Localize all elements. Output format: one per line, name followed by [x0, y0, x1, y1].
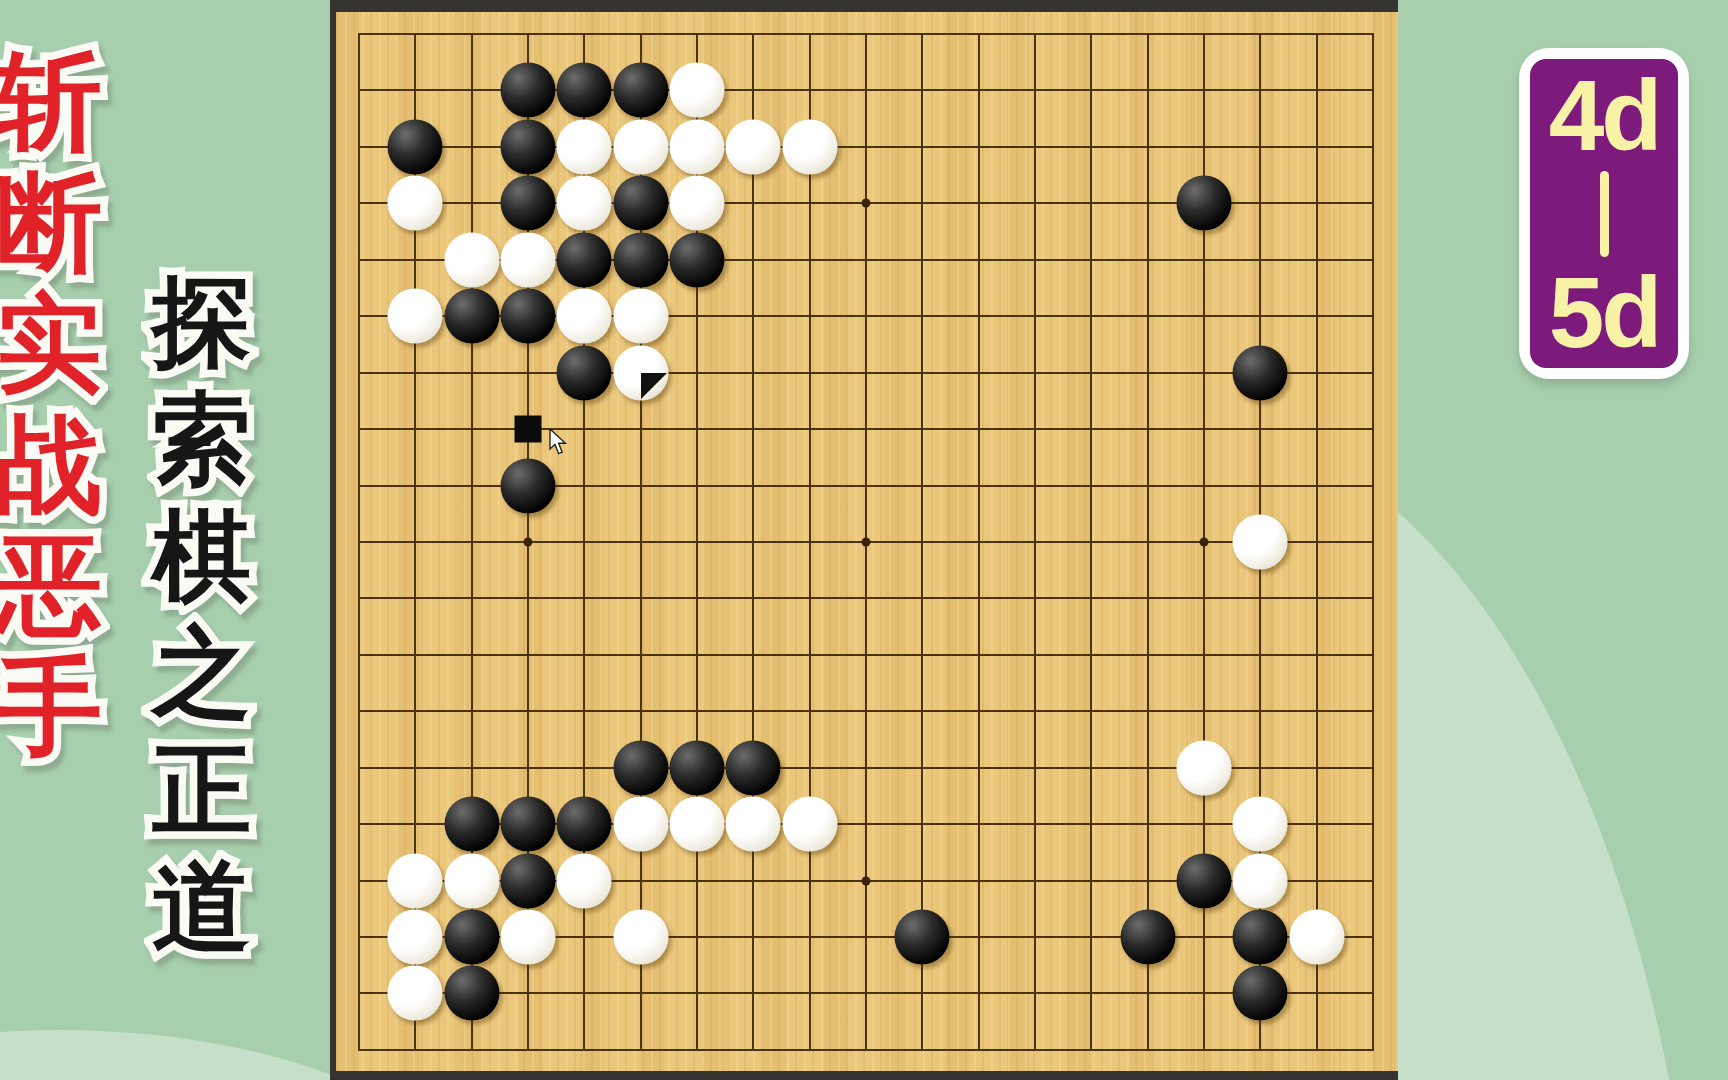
black-stone: [1120, 910, 1175, 965]
black-stone: [613, 63, 668, 118]
white-stone: [388, 910, 443, 965]
black-stone: [500, 119, 555, 174]
star-point: [523, 537, 532, 546]
black-stone: [895, 910, 950, 965]
black-stone: [1176, 853, 1231, 908]
black-stone: [500, 853, 555, 908]
last-move-triangle-marker: [641, 373, 668, 400]
black-stone: [669, 232, 724, 287]
mouse-cursor-icon: [549, 429, 573, 455]
black-stone: [1176, 176, 1231, 231]
black-stone: [388, 119, 443, 174]
black-stone: [444, 797, 499, 852]
rank-top-label: 4d: [1549, 69, 1660, 161]
black-stone: [500, 176, 555, 231]
title-char: 正正: [152, 740, 251, 839]
white-stone: [613, 910, 668, 965]
white-stone: [500, 232, 555, 287]
black-stone: [557, 63, 612, 118]
grid-line-horizontal: [358, 597, 1374, 599]
go-app-window: [330, 0, 1398, 1080]
white-stone: [613, 797, 668, 852]
white-stone: [1233, 853, 1288, 908]
black-stone: [444, 966, 499, 1021]
rank-badge-inner: 4d 5d: [1530, 59, 1678, 368]
white-stone: [444, 232, 499, 287]
rank-badge: 4d 5d: [1519, 48, 1689, 379]
white-stone: [669, 176, 724, 231]
grid-line-vertical: [1147, 33, 1149, 1051]
white-stone: [726, 119, 781, 174]
grid-line-vertical: [978, 33, 980, 1051]
title-char: 断断: [0, 169, 102, 275]
white-stone: [613, 119, 668, 174]
white-stone: [726, 797, 781, 852]
white-stone: [1289, 910, 1344, 965]
star-point: [861, 537, 870, 546]
black-stone: [1233, 966, 1288, 1021]
white-stone: [500, 910, 555, 965]
white-stone: [1233, 514, 1288, 569]
white-stone: [669, 797, 724, 852]
grid-line-horizontal: [358, 992, 1374, 994]
grid-line-horizontal: [358, 1049, 1374, 1051]
white-stone: [1176, 740, 1231, 795]
title-char: 战战: [0, 411, 102, 517]
grid-line-vertical: [1316, 33, 1318, 1051]
white-stone: [388, 289, 443, 344]
black-stone: [500, 289, 555, 344]
white-stone: [444, 853, 499, 908]
rank-bottom-label: 5d: [1549, 266, 1660, 358]
black-stone: [444, 289, 499, 344]
black-stone: [1233, 345, 1288, 400]
square-hint-marker[interactable]: [514, 416, 541, 443]
white-stone: [782, 797, 837, 852]
star-point: [1199, 537, 1208, 546]
title-char: 斩斩: [0, 48, 102, 154]
black-stone: [1233, 910, 1288, 965]
black-stone: [613, 740, 668, 795]
grid-line-vertical: [1090, 33, 1092, 1051]
white-stone: [388, 966, 443, 1021]
black-stone: [613, 232, 668, 287]
white-stone: [557, 853, 612, 908]
grid-line-vertical: [1034, 33, 1036, 1051]
black-stone: [613, 176, 668, 231]
title-char: 手手: [0, 653, 102, 759]
white-stone: [1233, 797, 1288, 852]
black-stone: [557, 345, 612, 400]
star-point: [861, 876, 870, 885]
white-stone: [782, 119, 837, 174]
black-stone: [500, 458, 555, 513]
white-stone: [669, 63, 724, 118]
white-stone: [388, 853, 443, 908]
title-char: 道道: [152, 857, 251, 956]
white-stone: [557, 289, 612, 344]
title-char: 实实: [0, 290, 102, 396]
white-stone: [613, 289, 668, 344]
black-stone: [726, 740, 781, 795]
white-stone: [557, 119, 612, 174]
grid-line-horizontal: [358, 654, 1374, 656]
title-char: 索索: [152, 389, 251, 488]
title-char: 棋棋: [152, 506, 251, 605]
black-stone: [557, 232, 612, 287]
black-stone: [557, 797, 612, 852]
title-char: 之之: [152, 623, 251, 722]
title-char: 探探: [152, 272, 251, 371]
white-stone: [388, 176, 443, 231]
black-stone: [444, 910, 499, 965]
grid-line-vertical: [921, 33, 923, 1051]
white-stone: [669, 119, 724, 174]
white-stone: [557, 176, 612, 231]
black-stone: [500, 63, 555, 118]
rank-separator-dash: [1600, 171, 1609, 257]
black-stone: [500, 797, 555, 852]
grid-line-horizontal: [358, 710, 1374, 712]
star-point: [861, 199, 870, 208]
go-board[interactable]: [336, 12, 1398, 1071]
title-char: 恶恶: [0, 532, 102, 638]
black-stone: [669, 740, 724, 795]
grid-line-vertical: [1372, 33, 1374, 1051]
